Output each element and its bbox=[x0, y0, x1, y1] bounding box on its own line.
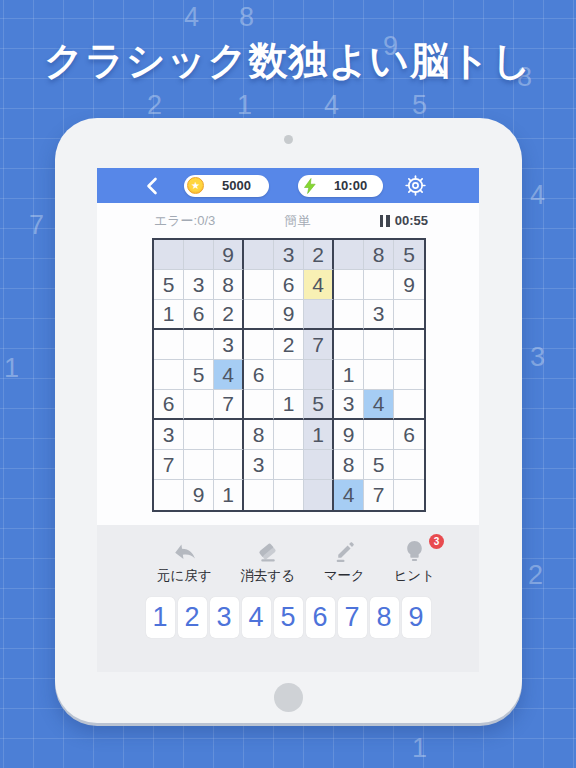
sudoku-cell-r3c9[interactable] bbox=[394, 300, 424, 330]
mark-button[interactable]: マーク bbox=[324, 539, 365, 585]
erase-button[interactable]: 消去する bbox=[240, 539, 295, 585]
coins-value: 5000 bbox=[204, 175, 269, 197]
sudoku-cell-r3c1[interactable]: 1 bbox=[154, 300, 184, 330]
sudoku-cell-r5c7[interactable]: 1 bbox=[334, 360, 364, 390]
bottom-panel: 元に戻す 消去する bbox=[97, 525, 479, 672]
sudoku-cell-r4c7[interactable] bbox=[334, 330, 364, 360]
sudoku-cell-r7c2[interactable] bbox=[184, 420, 214, 450]
background-number: 4 bbox=[184, 4, 199, 31]
sudoku-cell-r5c4[interactable]: 6 bbox=[244, 360, 274, 390]
sudoku-cell-r3c3[interactable]: 2 bbox=[214, 300, 244, 330]
hint-button[interactable]: 3 ヒント bbox=[394, 539, 435, 585]
sudoku-cell-r4c2[interactable] bbox=[184, 330, 214, 360]
sudoku-cell-r4c3[interactable]: 3 bbox=[214, 330, 244, 360]
numpad-button-2[interactable]: 2 bbox=[178, 597, 207, 638]
tablet-frame: ★ 5000 10:00 エラー:0/ bbox=[55, 118, 522, 723]
numpad-button-6[interactable]: 6 bbox=[306, 597, 335, 638]
sudoku-cell-r5c8[interactable] bbox=[364, 360, 394, 390]
sudoku-cell-r8c4[interactable]: 3 bbox=[244, 450, 274, 480]
sudoku-cell-r8c6[interactable] bbox=[304, 450, 334, 480]
numpad-button-9[interactable]: 9 bbox=[402, 597, 431, 638]
page-title: クラシック数独よい脳トし bbox=[0, 34, 576, 88]
sudoku-cell-r5c1[interactable] bbox=[154, 360, 184, 390]
sudoku-cell-r4c8[interactable] bbox=[364, 330, 394, 360]
sudoku-cell-r6c7[interactable]: 3 bbox=[334, 390, 364, 420]
sudoku-cell-r2c7[interactable] bbox=[334, 270, 364, 300]
sudoku-cell-r2c6[interactable]: 4 bbox=[304, 270, 334, 300]
timer-value: 10:00 bbox=[318, 175, 383, 197]
page-background: { "game": "sudoku", "position": "..9.32.… bbox=[0, 0, 576, 768]
sudoku-cell-r3c7[interactable] bbox=[334, 300, 364, 330]
background-number: 4 bbox=[530, 182, 545, 209]
sudoku-cell-r3c6[interactable] bbox=[304, 300, 334, 330]
undo-icon bbox=[172, 539, 197, 564]
elapsed-time: 00:55 bbox=[395, 213, 428, 228]
sudoku-cell-r2c5[interactable]: 6 bbox=[274, 270, 304, 300]
sudoku-cell-r7c5[interactable] bbox=[274, 420, 304, 450]
sudoku-cell-r4c4[interactable] bbox=[244, 330, 274, 360]
hint-label: ヒント bbox=[394, 567, 435, 585]
sudoku-cell-r2c8[interactable] bbox=[364, 270, 394, 300]
sudoku-cell-r9c3[interactable]: 1 bbox=[214, 480, 244, 510]
sudoku-cell-r3c8[interactable]: 3 bbox=[364, 300, 394, 330]
sudoku-cell-r3c2[interactable]: 6 bbox=[184, 300, 214, 330]
gear-icon[interactable] bbox=[403, 173, 428, 198]
sudoku-cell-r6c6[interactable]: 5 bbox=[304, 390, 334, 420]
sudoku-cell-r8c9[interactable] bbox=[394, 450, 424, 480]
background-number: 2 bbox=[147, 92, 162, 119]
sudoku-cell-r6c8[interactable]: 4 bbox=[364, 390, 394, 420]
sudoku-cell-r7c1[interactable]: 3 bbox=[154, 420, 184, 450]
eraser-icon bbox=[255, 539, 280, 564]
sudoku-cell-r6c3[interactable]: 7 bbox=[214, 390, 244, 420]
home-button[interactable] bbox=[274, 683, 303, 712]
difficulty-label: 簡単 bbox=[285, 212, 311, 230]
sudoku-cell-r5c2[interactable]: 5 bbox=[184, 360, 214, 390]
sudoku-cell-r1c7[interactable] bbox=[334, 240, 364, 270]
numpad-button-7[interactable]: 7 bbox=[338, 597, 367, 638]
background-number: 8 bbox=[239, 4, 254, 31]
background-number: 1 bbox=[412, 735, 427, 762]
sudoku-cell-r7c9[interactable]: 6 bbox=[394, 420, 424, 450]
erase-label: 消去する bbox=[240, 567, 295, 585]
numpad-button-8[interactable]: 8 bbox=[370, 597, 399, 638]
sudoku-cell-r6c9[interactable] bbox=[394, 390, 424, 420]
background-number: 4 bbox=[324, 92, 339, 119]
sudoku-board: 9328553864916293327546167153438196738591… bbox=[152, 238, 426, 512]
hint-count-badge: 3 bbox=[429, 534, 444, 549]
sudoku-cell-r7c7[interactable]: 9 bbox=[334, 420, 364, 450]
sudoku-cell-r1c4[interactable] bbox=[244, 240, 274, 270]
sudoku-cell-r6c5[interactable]: 1 bbox=[274, 390, 304, 420]
sudoku-cell-r8c7[interactable]: 8 bbox=[334, 450, 364, 480]
sudoku-cell-r5c6[interactable] bbox=[304, 360, 334, 390]
star-coin-icon: ★ bbox=[187, 177, 204, 194]
sudoku-cell-r9c4[interactable] bbox=[244, 480, 274, 510]
sudoku-cell-r7c6[interactable]: 1 bbox=[304, 420, 334, 450]
sudoku-cell-r5c5[interactable] bbox=[274, 360, 304, 390]
background-number: 2 bbox=[528, 562, 543, 589]
error-counter: エラー:0/3 bbox=[154, 212, 215, 230]
sudoku-cell-r9c2[interactable]: 9 bbox=[184, 480, 214, 510]
number-pad: 123456789 bbox=[97, 597, 479, 638]
numpad-button-4[interactable]: 4 bbox=[242, 597, 271, 638]
sudoku-cell-r3c5[interactable]: 9 bbox=[274, 300, 304, 330]
background-number: 1 bbox=[237, 92, 252, 119]
sudoku-cell-r4c6[interactable]: 7 bbox=[304, 330, 334, 360]
sudoku-cell-r6c1[interactable]: 6 bbox=[154, 390, 184, 420]
sudoku-cell-r9c9[interactable] bbox=[394, 480, 424, 510]
sudoku-cell-r8c2[interactable] bbox=[184, 450, 214, 480]
sudoku-cell-r6c4[interactable] bbox=[244, 390, 274, 420]
mark-label: マーク bbox=[324, 567, 365, 585]
sudoku-cell-r8c3[interactable] bbox=[214, 450, 244, 480]
sudoku-cell-r1c6[interactable]: 2 bbox=[304, 240, 334, 270]
sudoku-cell-r2c1[interactable]: 5 bbox=[154, 270, 184, 300]
coins-pill[interactable]: ★ 5000 bbox=[184, 175, 269, 197]
timer-display[interactable]: 00:55 bbox=[380, 213, 428, 228]
background-number: 7 bbox=[29, 212, 44, 239]
sudoku-cell-r4c5[interactable]: 2 bbox=[274, 330, 304, 360]
sudoku-cell-r2c2[interactable]: 3 bbox=[184, 270, 214, 300]
sudoku-cell-r1c2[interactable] bbox=[184, 240, 214, 270]
sudoku-cell-r1c1[interactable] bbox=[154, 240, 184, 270]
sudoku-cell-r6c2[interactable] bbox=[184, 390, 214, 420]
sudoku-cell-r7c4[interactable]: 8 bbox=[244, 420, 274, 450]
status-row: エラー:0/3 簡単 00:55 bbox=[154, 203, 428, 238]
sudoku-cell-r2c4[interactable] bbox=[244, 270, 274, 300]
background-number: 5 bbox=[412, 92, 427, 119]
sudoku-cell-r1c8[interactable]: 8 bbox=[364, 240, 394, 270]
sudoku-cell-r2c9[interactable]: 9 bbox=[394, 270, 424, 300]
sudoku-cell-r8c5[interactable] bbox=[274, 450, 304, 480]
sudoku-cell-r9c8[interactable]: 7 bbox=[364, 480, 394, 510]
sudoku-cell-r9c1[interactable] bbox=[154, 480, 184, 510]
tablet-camera-dot bbox=[284, 135, 293, 144]
undo-label: 元に戻す bbox=[157, 567, 212, 585]
sudoku-cell-r1c3[interactable]: 9 bbox=[214, 240, 244, 270]
numpad-button-3[interactable]: 3 bbox=[210, 597, 239, 638]
sudoku-cell-r8c1[interactable]: 7 bbox=[154, 450, 184, 480]
sudoku-cell-r1c9[interactable]: 5 bbox=[394, 240, 424, 270]
sudoku-cell-r8c8[interactable]: 5 bbox=[364, 450, 394, 480]
numpad-button-5[interactable]: 5 bbox=[274, 597, 303, 638]
lightbulb-icon bbox=[402, 539, 427, 564]
sudoku-cell-r1c5[interactable]: 3 bbox=[274, 240, 304, 270]
pencil-icon bbox=[332, 539, 357, 564]
toolbar: 元に戻す 消去する bbox=[157, 539, 435, 585]
back-chevron-icon[interactable] bbox=[141, 174, 165, 198]
sudoku-cell-r7c3[interactable] bbox=[214, 420, 244, 450]
sudoku-cell-r4c1[interactable] bbox=[154, 330, 184, 360]
background-number: 3 bbox=[530, 344, 545, 371]
app-screen: ★ 5000 10:00 エラー:0/ bbox=[97, 168, 479, 672]
sudoku-cell-r9c5[interactable] bbox=[274, 480, 304, 510]
app-header-bar: ★ 5000 10:00 bbox=[97, 168, 479, 203]
pause-icon[interactable] bbox=[380, 215, 390, 227]
sudoku-cell-r4c9[interactable] bbox=[394, 330, 424, 360]
numpad-button-1[interactable]: 1 bbox=[146, 597, 175, 638]
sudoku-cell-r7c8[interactable] bbox=[364, 420, 394, 450]
sudoku-cell-r3c4[interactable] bbox=[244, 300, 274, 330]
sudoku-cell-r9c6[interactable] bbox=[304, 480, 334, 510]
sudoku-cell-r9c7[interactable]: 4 bbox=[334, 480, 364, 510]
lightning-icon bbox=[302, 178, 318, 194]
timer-pill[interactable]: 10:00 bbox=[298, 175, 383, 197]
undo-button[interactable]: 元に戻す bbox=[157, 539, 212, 585]
background-number: 1 bbox=[4, 355, 19, 382]
sudoku-cell-r2c3[interactable]: 8 bbox=[214, 270, 244, 300]
sudoku-cell-r5c9[interactable] bbox=[394, 360, 424, 390]
sudoku-cell-r5c3[interactable]: 4 bbox=[214, 360, 244, 390]
